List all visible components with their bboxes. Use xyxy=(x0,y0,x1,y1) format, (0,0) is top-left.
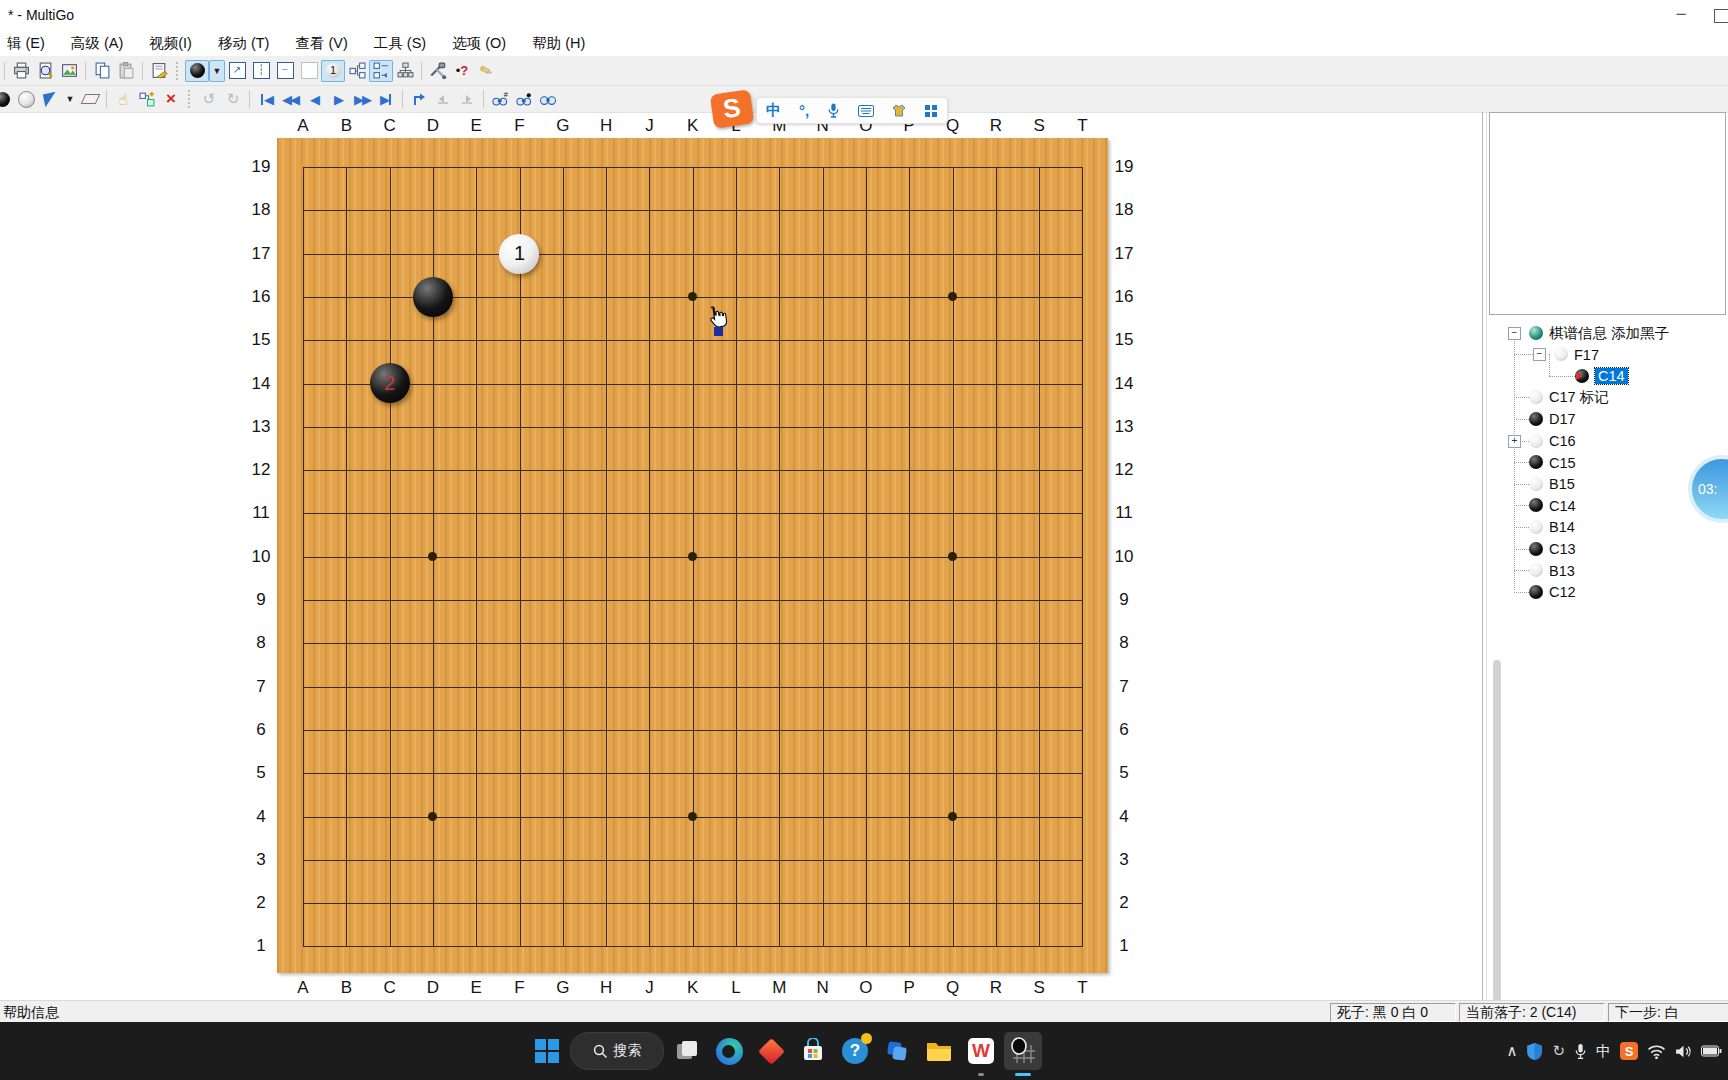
back-button[interactable]: ◀ xyxy=(302,88,326,110)
find-move-number-button[interactable]: # xyxy=(488,88,512,110)
panel-splitter[interactable] xyxy=(1482,112,1483,1000)
question-app-button[interactable]: ? xyxy=(836,1032,874,1070)
tree-stone-black xyxy=(1529,455,1543,469)
export-image-button[interactable] xyxy=(57,60,81,82)
place-black-button[interactable] xyxy=(0,88,14,110)
board-row-label-left: 7 xyxy=(256,677,265,697)
board-col-label-bottom: P xyxy=(904,978,915,998)
toolbar-separator xyxy=(421,62,422,80)
board-row-label-left: 9 xyxy=(256,590,265,610)
sogou-logo-icon[interactable]: S xyxy=(710,89,754,128)
tree-node-label[interactable]: C14 xyxy=(1549,498,1576,514)
skin-icon[interactable] xyxy=(892,104,906,117)
image-icon xyxy=(61,62,78,79)
fast-back-button[interactable]: ◀◀ xyxy=(278,88,302,110)
board-row-label-right: 19 xyxy=(1115,157,1134,177)
fast-forward-icon: ▶▶ xyxy=(354,92,370,107)
board-row-label-left: 11 xyxy=(252,503,270,523)
stone-black-D16 xyxy=(413,277,453,317)
status-bar: 帮助信息 死子: 黑 0 白 0 当前落子: 2 (C14) 下一步: 白 xyxy=(0,1000,1728,1023)
tree-row-D17[interactable]: D17 xyxy=(1487,409,1728,430)
speaker-icon[interactable] xyxy=(1675,1044,1692,1059)
board-col-label-bottom: J xyxy=(645,978,654,998)
empty-box-icon xyxy=(301,62,318,79)
stone-mode-dropdown[interactable]: ▼ xyxy=(209,60,225,82)
edge-icon-cut xyxy=(722,1045,735,1058)
tree-stone-white xyxy=(1529,390,1543,404)
board-row-label-right: 15 xyxy=(1115,330,1134,350)
board-col-label-top: S xyxy=(1033,116,1044,136)
folder-icon xyxy=(925,1039,953,1063)
stone-mode-button[interactable] xyxy=(185,60,209,82)
board-row-label-left: 19 xyxy=(252,157,271,177)
board-col-label-bottom: L xyxy=(731,978,740,998)
up-branch-button[interactable] xyxy=(407,88,431,110)
board-col-label-bottom: K xyxy=(687,978,698,998)
board-row-label-right: 12 xyxy=(1115,460,1134,480)
status-dead-stones: 死子: 黑 0 白 0 xyxy=(1330,1003,1456,1022)
redo-button[interactable]: ↻ xyxy=(221,88,245,110)
dash-box-icon: ┈ xyxy=(277,62,294,79)
search-label: 搜索 xyxy=(614,1042,642,1060)
board-row-label-right: 16 xyxy=(1115,287,1134,307)
printer-icon xyxy=(13,62,30,79)
copy-icon xyxy=(94,62,111,79)
fast-forward-button[interactable]: ▶▶ xyxy=(350,88,374,110)
board-col-label-bottom: E xyxy=(471,978,482,998)
properties-icon xyxy=(151,62,168,79)
board-row-label-left: 3 xyxy=(256,850,265,870)
tray-microphone-icon[interactable] xyxy=(1574,1043,1587,1060)
board-row-label-right: 4 xyxy=(1119,807,1128,827)
store-button[interactable] xyxy=(794,1032,832,1070)
game-tree-panel: −棋谱信息 添加黑子−F17C14C17 标记D17+C16C15B15C14B… xyxy=(1487,316,1728,1006)
toolbar-standard: ▼ ↗ ┆ ┈ 1 •? ✎ xyxy=(0,56,1728,86)
tree-structure-button[interactable] xyxy=(393,60,417,82)
board-row-label-left: 2 xyxy=(256,893,265,913)
next-variation-button[interactable] xyxy=(455,88,479,110)
windows-taskbar: 搜索 ? W ∧ ↻ 中 S xyxy=(0,1022,1728,1080)
keyboard-icon[interactable] xyxy=(858,105,874,117)
tree-node-label[interactable]: C14 xyxy=(1595,368,1628,384)
windows-logo-icon xyxy=(534,1038,560,1064)
tree-stone-white xyxy=(1529,477,1543,491)
board-col-label-top: A xyxy=(297,116,308,136)
blue-shapes-icon xyxy=(884,1038,910,1064)
tree-stone-white xyxy=(1529,434,1543,448)
black-stone-icon xyxy=(0,92,10,107)
svg-text:#: # xyxy=(504,91,509,99)
maximize-button[interactable] xyxy=(1714,9,1728,23)
tree-row-C17-标记[interactable]: C17 标记 xyxy=(1487,387,1728,408)
diamond-icon xyxy=(758,1038,785,1065)
board-row-label-left: 1 xyxy=(256,936,265,956)
board-row-label-left: 14 xyxy=(252,374,271,394)
insert-node-icon xyxy=(139,91,156,108)
blue-app-button[interactable] xyxy=(878,1032,916,1070)
tree-node-label[interactable]: D17 xyxy=(1549,411,1576,427)
file-explorer-button[interactable] xyxy=(920,1032,958,1070)
board-row-label-left: 12 xyxy=(252,460,271,480)
tree-node-label[interactable]: C13 xyxy=(1549,541,1576,557)
stone-black-C14: 2 xyxy=(370,363,410,403)
hand-icon: ☝ xyxy=(118,90,128,109)
wifi-icon[interactable] xyxy=(1647,1044,1666,1059)
tree-node-label[interactable]: F17 xyxy=(1574,347,1599,363)
board-row-label-left: 15 xyxy=(252,330,271,350)
board-col-label-top: G xyxy=(556,116,569,136)
first-move-icon: ◀ xyxy=(260,92,272,107)
menu-item-6[interactable]: 选项 (O) xyxy=(439,31,519,56)
board-row-label-right: 11 xyxy=(1115,503,1133,523)
undo-button[interactable]: ↺ xyxy=(197,88,221,110)
board-col-label-bottom: Q xyxy=(946,978,959,998)
marker-button[interactable] xyxy=(38,88,62,110)
menu-bar: 辑 (E)高级 (A)视频(I)移动 (T)查看 (V)工具 (S)选项 (O)… xyxy=(0,30,1728,56)
forward-icon: ▶ xyxy=(334,92,342,107)
star-point-Q16 xyxy=(948,292,957,301)
tree-node-label[interactable]: C17 标记 xyxy=(1549,388,1609,407)
print-preview-icon xyxy=(37,62,54,79)
toolbox-grid-icon[interactable] xyxy=(924,104,938,118)
minimize-button[interactable]: ─ xyxy=(1668,6,1694,24)
battery-icon[interactable] xyxy=(1701,1045,1722,1057)
hammer-wrench-icon xyxy=(429,62,447,80)
menu-item-0[interactable]: 辑 (E) xyxy=(0,31,58,56)
tree-stone-black xyxy=(1529,412,1543,426)
tree-stone-black xyxy=(1529,498,1543,512)
tree-node-label[interactable]: C12 xyxy=(1549,584,1576,600)
tree-row-棋谱信息-添加黑子[interactable]: −棋谱信息 添加黑子 xyxy=(1487,323,1728,344)
board-row-label-left: 6 xyxy=(256,720,265,740)
toolbar-separator xyxy=(249,90,250,108)
toolbar-separator xyxy=(106,90,107,108)
next-variation-icon xyxy=(459,91,475,107)
board-row-label-left: 4 xyxy=(256,807,265,827)
print-button[interactable] xyxy=(9,60,33,82)
menu-item-7[interactable]: 帮助 (H) xyxy=(519,31,598,56)
board-col-label-top: H xyxy=(600,116,612,136)
title-bar: * - MultiGo ─ xyxy=(0,0,1728,30)
tree-expand-minus[interactable]: − xyxy=(1533,348,1546,361)
chevron-down-icon: ▼ xyxy=(213,66,222,76)
wps-icon: W xyxy=(968,1038,994,1064)
board-row-label-right: 8 xyxy=(1119,633,1128,653)
board-col-label-top: D xyxy=(427,116,439,136)
board-col-label-top: E xyxy=(471,116,482,136)
forward-button[interactable]: ▶ xyxy=(326,88,350,110)
number-one-icon: 1 xyxy=(326,63,341,78)
multigo-app-icon xyxy=(1009,1037,1037,1065)
board-col-label-bottom: G xyxy=(556,978,569,998)
tree-row-F17[interactable]: −F17 xyxy=(1487,344,1728,365)
brush-button[interactable]: ✎ xyxy=(474,60,498,82)
marker-dropdown[interactable]: ▼ xyxy=(62,88,78,110)
task-view-icon xyxy=(674,1038,700,1064)
star-point-D4 xyxy=(428,812,437,821)
board-col-label-bottom: M xyxy=(772,978,786,998)
ime-indicator[interactable]: 中 xyxy=(1596,1042,1611,1061)
board-col-label-top: R xyxy=(990,116,1002,136)
tray-overflow-chevron[interactable]: ∧ xyxy=(1506,1042,1517,1060)
diamond-app-button[interactable] xyxy=(752,1032,790,1070)
menu-item-5[interactable]: 工具 (S) xyxy=(361,31,439,56)
back-icon: ◀ xyxy=(310,92,318,107)
pass-button[interactable]: ☝ xyxy=(111,88,135,110)
star-point-D10 xyxy=(428,552,437,561)
board-row-label-right: 13 xyxy=(1115,417,1134,437)
binoculars-hash-icon: # xyxy=(491,91,509,108)
status-current-move: 当前落子: 2 (C14) xyxy=(1459,1003,1605,1022)
last-move-button[interactable]: ▶ xyxy=(374,88,398,110)
status-help-text: 帮助信息 xyxy=(3,1004,59,1022)
tree-row-B14[interactable]: B14 xyxy=(1487,517,1728,538)
toolbar-separator xyxy=(483,90,484,108)
star-point-K16 xyxy=(688,292,697,301)
flag-icon xyxy=(42,91,57,106)
microphone-icon[interactable] xyxy=(827,103,840,118)
tree-stone-white xyxy=(1554,347,1568,361)
place-white-button[interactable] xyxy=(14,88,38,110)
tree-collapse-button[interactable] xyxy=(369,60,393,82)
print-preview-button[interactable] xyxy=(33,60,57,82)
ime-punctuation-button[interactable]: °, xyxy=(799,102,809,119)
white-stone-icon xyxy=(18,91,35,108)
board-col-label-bottom: O xyxy=(859,978,872,998)
board-col-label-bottom: A xyxy=(297,978,308,998)
label-arrow-button[interactable]: ↗ xyxy=(225,60,249,82)
redo-icon: ↻ xyxy=(227,90,240,108)
board-row-label-left: 18 xyxy=(252,200,271,220)
toolbar-separator xyxy=(142,62,143,80)
ime-mode-button[interactable]: 中 xyxy=(766,101,781,120)
tree-nodes-icon xyxy=(349,62,366,79)
search-icon xyxy=(593,1044,608,1059)
board-col-label-top: J xyxy=(645,116,654,136)
start-button[interactable] xyxy=(528,1032,566,1070)
board-row-label-right: 2 xyxy=(1119,893,1128,913)
comment-box[interactable] xyxy=(1489,112,1726,315)
chevron-down-icon: ▼ xyxy=(66,94,75,104)
toolbar-grip xyxy=(188,90,192,108)
tree-node-label[interactable]: 棋谱信息 添加黑子 xyxy=(1549,324,1669,343)
tools-button[interactable] xyxy=(426,60,450,82)
tree-expand-minus[interactable]: − xyxy=(1508,327,1521,340)
toolbar-separator xyxy=(85,62,86,80)
board-row-label-right: 7 xyxy=(1119,677,1128,697)
board-row-label-right: 10 xyxy=(1115,547,1134,567)
tree-node-label[interactable]: C15 xyxy=(1549,455,1576,471)
tree-row-C13[interactable]: C13 xyxy=(1487,539,1728,560)
multigo-taskbar-button[interactable] xyxy=(1004,1032,1042,1070)
board-row-label-left: 17 xyxy=(252,244,271,264)
help-icon: •? xyxy=(456,63,469,78)
multigo-window: * - MultiGo ─ 辑 (E)高级 (A)视频(I)移动 (T)查看 (… xyxy=(0,0,1728,1080)
board-row-label-right: 6 xyxy=(1119,720,1128,740)
eraser-button[interactable] xyxy=(78,88,102,110)
cursor-busy-indicator xyxy=(714,327,723,336)
task-view-button[interactable] xyxy=(668,1032,706,1070)
board-row-label-left: 16 xyxy=(252,287,271,307)
menu-item-3[interactable]: 移动 (T) xyxy=(205,31,283,56)
prev-variation-icon xyxy=(435,91,451,107)
sogou-toolbar: 中 °, xyxy=(756,97,948,124)
board-row-label-left: 8 xyxy=(256,633,265,653)
stone-white-F17: 1 xyxy=(499,234,539,274)
menu-item-1[interactable]: 高级 (A) xyxy=(58,31,136,56)
badge-text: 03: xyxy=(1698,481,1717,497)
window-title: * - MultiGo xyxy=(8,7,74,23)
copy-button[interactable] xyxy=(90,60,114,82)
board-col-label-bottom: D xyxy=(427,978,439,998)
active-indicator xyxy=(1015,1073,1031,1076)
board-col-label-bottom: B xyxy=(341,978,352,998)
tree-stone-black xyxy=(1529,585,1543,599)
board-row-label-right: 5 xyxy=(1119,763,1128,783)
first-move-button[interactable]: ◀ xyxy=(254,88,278,110)
running-indicator xyxy=(978,1073,984,1076)
board-row-label-right: 18 xyxy=(1115,200,1134,220)
board-col-label-top: T xyxy=(1077,116,1087,136)
label-line-button[interactable]: ┆ xyxy=(249,60,273,82)
tree-stone-white xyxy=(1529,520,1543,534)
tree-row-C14[interactable]: C14 xyxy=(1487,366,1728,387)
binoculars-icon xyxy=(539,91,557,108)
last-move-icon: ▶ xyxy=(380,92,392,107)
undo-icon: ↺ xyxy=(203,90,216,108)
black-stone-icon xyxy=(190,63,205,78)
tree-node-label[interactable]: C16 xyxy=(1549,433,1576,449)
store-bag-icon xyxy=(800,1038,826,1064)
context-help-button[interactable]: •? xyxy=(450,60,474,82)
insert-node-button[interactable] xyxy=(135,88,159,110)
tree-row-C15[interactable]: C15 xyxy=(1487,452,1728,473)
menu-item-4[interactable]: 查看 (V) xyxy=(282,31,360,56)
board-col-label-bottom: N xyxy=(816,978,828,998)
edge-button[interactable] xyxy=(710,1032,748,1070)
vline-box-icon: ┆ xyxy=(253,62,270,79)
board-row-label-left: 13 xyxy=(252,417,271,437)
board-row-label-right: 17 xyxy=(1115,244,1134,264)
prev-variation-button[interactable] xyxy=(431,88,455,110)
board-col-label-bottom: F xyxy=(514,978,524,998)
tree-node-label[interactable]: B13 xyxy=(1549,563,1575,579)
return-arrow-icon xyxy=(411,91,427,107)
board-col-label-bottom: S xyxy=(1033,978,1044,998)
star-point-Q10 xyxy=(948,552,957,561)
toolbar-separator xyxy=(4,62,5,80)
board-row-label-right: 14 xyxy=(1115,374,1134,394)
sogou-tray-icon[interactable]: S xyxy=(1620,1042,1638,1060)
taskbar-search[interactable]: 搜索 xyxy=(570,1032,664,1070)
board-col-label-bottom: C xyxy=(383,978,395,998)
board-col-label-bottom: R xyxy=(990,978,1002,998)
eraser-icon xyxy=(80,94,100,104)
star-point-K4 xyxy=(688,812,697,821)
tree-row-C12[interactable]: C12 xyxy=(1487,582,1728,603)
board-col-label-top: C xyxy=(383,116,395,136)
brush-icon: ✎ xyxy=(477,60,495,81)
star-point-K10 xyxy=(688,552,697,561)
board-intersections[interactable]: 12 xyxy=(281,145,1104,968)
toolbar-grip xyxy=(176,62,180,80)
board-row-label-right: 3 xyxy=(1119,850,1128,870)
delete-node-button[interactable]: × xyxy=(159,88,183,110)
find-button[interactable] xyxy=(536,88,560,110)
wps-button[interactable]: W xyxy=(962,1032,1000,1070)
status-next-move: 下一步: 白 xyxy=(1608,1003,1728,1022)
tree-row-B13[interactable]: B13 xyxy=(1487,560,1728,581)
tree-node-label[interactable]: B14 xyxy=(1549,519,1575,535)
label-dash-button[interactable]: ┈ xyxy=(273,60,297,82)
star-point-Q4 xyxy=(948,812,957,821)
tree-layout-button[interactable] xyxy=(345,60,369,82)
board-col-label-top: B xyxy=(341,116,352,136)
menu-item-2[interactable]: 视频(I) xyxy=(136,31,205,56)
board-col-label-top: K xyxy=(687,116,698,136)
tree-stone-root xyxy=(1529,326,1543,340)
paste-button[interactable] xyxy=(114,60,138,82)
board-col-label-top: F xyxy=(514,116,524,136)
sync-icon[interactable]: ↻ xyxy=(1552,1042,1565,1060)
board-row-label-right: 1 xyxy=(1119,936,1128,956)
tree-node-label[interactable]: B15 xyxy=(1549,476,1575,492)
tree-stone-black xyxy=(1529,542,1543,556)
board-col-label-bottom: T xyxy=(1077,978,1087,998)
arrow-box-icon: ↗ xyxy=(229,62,246,79)
game-info-button[interactable] xyxy=(147,60,171,82)
toolbar-separator xyxy=(402,90,403,108)
tree-expand-plus[interactable]: + xyxy=(1508,435,1521,448)
tree-scrollbar[interactable] xyxy=(1493,660,1501,1002)
binoculars-stone-icon xyxy=(515,91,533,108)
board-row-label-right: 9 xyxy=(1119,590,1128,610)
label-empty-button[interactable] xyxy=(297,60,321,82)
board-col-label-bottom: H xyxy=(600,978,612,998)
delete-x-icon: × xyxy=(166,89,176,109)
question-app-dot xyxy=(861,1033,872,1044)
tree-row-C16[interactable]: +C16 xyxy=(1487,431,1728,452)
paste-icon xyxy=(118,62,135,79)
move-number: 1 xyxy=(514,242,525,265)
tree-stone-white xyxy=(1529,563,1543,577)
current-move-marker xyxy=(1576,372,1583,380)
tree-collapse-icon xyxy=(373,62,390,79)
security-shield-icon[interactable] xyxy=(1526,1042,1543,1061)
move-number-button[interactable]: 1 xyxy=(321,60,345,82)
org-tree-icon xyxy=(397,62,414,79)
find-position-button[interactable] xyxy=(512,88,536,110)
board-row-label-left: 5 xyxy=(256,763,265,783)
move-number: 2 xyxy=(384,372,395,395)
fast-back-icon: ◀◀ xyxy=(282,92,298,107)
board-row-label-left: 10 xyxy=(252,547,271,567)
